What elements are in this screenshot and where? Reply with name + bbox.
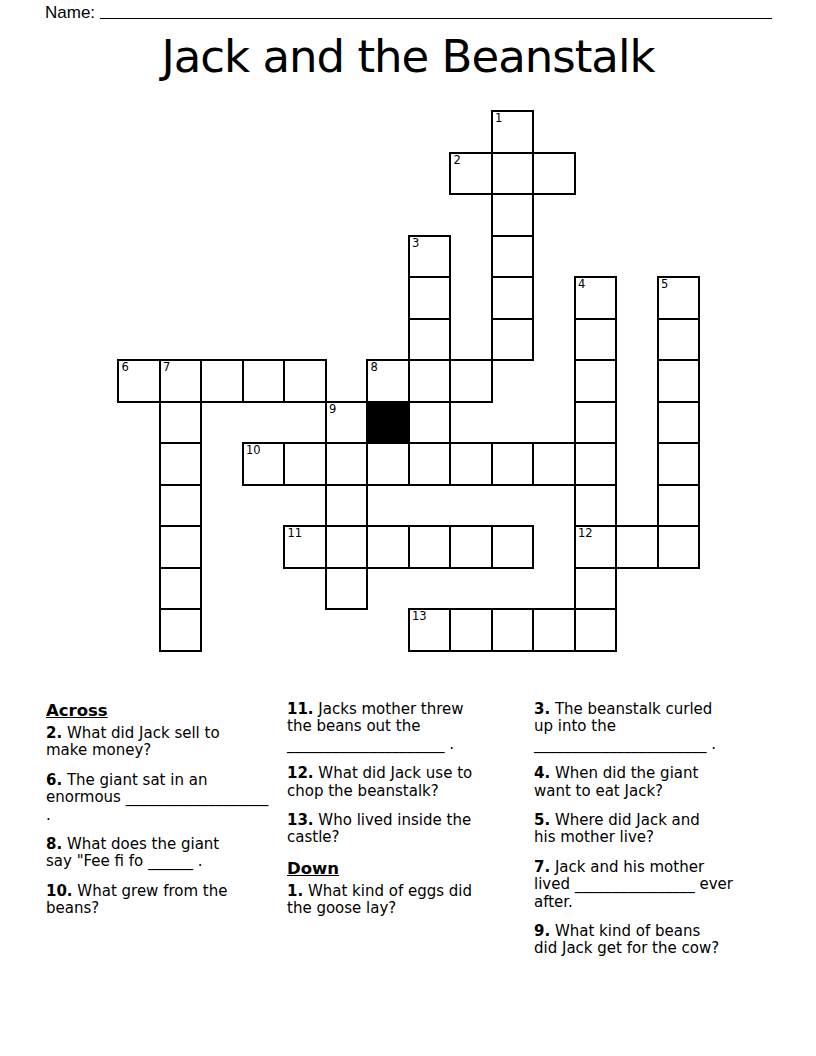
grid-cell[interactable]: [657, 401, 701, 445]
grid-cell[interactable]: 11: [283, 525, 327, 569]
grid-cell[interactable]: [491, 235, 535, 279]
grid-cell[interactable]: [159, 608, 203, 652]
grid-cell[interactable]: [200, 359, 244, 403]
clue-number: 8.: [46, 835, 62, 853]
grid-cell[interactable]: [491, 442, 535, 486]
grid-cell[interactable]: [574, 442, 618, 486]
clue-6: 6. The giant sat in anenormous _________…: [46, 772, 286, 824]
grid-cell[interactable]: [574, 318, 618, 362]
grid-cell[interactable]: [449, 442, 493, 486]
grid-cell[interactable]: 2: [449, 152, 493, 196]
grid-cell[interactable]: [408, 359, 452, 403]
grid-cell[interactable]: [532, 608, 576, 652]
clue-12: 12. What did Jack use tochop the beansta…: [287, 765, 512, 800]
grid-cell[interactable]: [366, 442, 410, 486]
grid-cell[interactable]: 1: [491, 110, 535, 154]
cell-number: 13: [412, 610, 427, 623]
clue-column-1: Across2. What did Jack sell tomake money…: [46, 701, 286, 930]
grid-cell[interactable]: [408, 276, 452, 320]
clue-number: 4.: [534, 764, 550, 782]
clue-number: 5.: [534, 811, 550, 829]
clue-number: 7.: [534, 858, 550, 876]
cell-number: 11: [288, 527, 303, 540]
cell-number: 5: [661, 278, 668, 291]
grid-cell[interactable]: 3: [408, 235, 452, 279]
grid-cell[interactable]: [449, 359, 493, 403]
grid-cell[interactable]: [657, 442, 701, 486]
cell-number: 8: [371, 361, 378, 374]
grid-cell[interactable]: [408, 525, 452, 569]
grid-cell[interactable]: [657, 318, 701, 362]
clue-1: 1. What kind of eggs didthe goose lay?: [287, 883, 512, 918]
grid-cell[interactable]: [325, 484, 369, 528]
grid-cell[interactable]: [449, 608, 493, 652]
grid-cell[interactable]: [657, 525, 701, 569]
clue-number: 1.: [287, 882, 303, 900]
grid-cell[interactable]: [408, 442, 452, 486]
grid-cell[interactable]: 12: [574, 525, 618, 569]
grid-cell[interactable]: [408, 401, 452, 445]
puzzle-title: Jack and the Beanstalk: [0, 30, 816, 83]
grid-cell[interactable]: 6: [117, 359, 161, 403]
clue-number: 9.: [534, 922, 550, 940]
clue-9: 9. What kind of beansdid Jack get for th…: [534, 923, 786, 958]
clue-number: 2.: [46, 724, 62, 742]
cell-number: 12: [578, 527, 593, 540]
clue-number: 11.: [287, 700, 314, 718]
grid-cell[interactable]: [491, 193, 535, 237]
grid-cell[interactable]: 8: [366, 359, 410, 403]
clue-8: 8. What does the giantsay "Fee fi fo ___…: [46, 836, 286, 871]
clue-number: 13.: [287, 811, 314, 829]
clue-number: 6.: [46, 771, 62, 789]
section-header-across: Across: [46, 701, 286, 720]
grid-cell[interactable]: 9: [325, 401, 369, 445]
grid-cell[interactable]: [159, 484, 203, 528]
grid-cell[interactable]: [491, 276, 535, 320]
cell-number: 6: [122, 361, 129, 374]
grid-cell[interactable]: [615, 525, 659, 569]
grid-cell[interactable]: [449, 525, 493, 569]
grid-cell[interactable]: [491, 608, 535, 652]
clue-number: 3.: [534, 700, 550, 718]
clue-13: 13. Who lived inside thecastle?: [287, 812, 512, 847]
cell-number: 3: [412, 237, 419, 250]
grid-cell[interactable]: [574, 484, 618, 528]
grid-cell[interactable]: [325, 442, 369, 486]
cell-number: 1: [495, 112, 502, 125]
clue-4: 4. When did the giantwant to eat Jack?: [534, 765, 786, 800]
cell-number: 7: [163, 361, 170, 374]
grid-cell[interactable]: 13: [408, 608, 452, 652]
cell-number: 4: [578, 278, 585, 291]
name-blank-line[interactable]: [100, 3, 772, 19]
grid-cell[interactable]: 10: [242, 442, 286, 486]
grid-cell[interactable]: [408, 318, 452, 362]
grid-cell[interactable]: [574, 401, 618, 445]
grid-cell[interactable]: [657, 484, 701, 528]
grid-cell[interactable]: 4: [574, 276, 618, 320]
clue-2: 2. What did Jack sell tomake money?: [46, 725, 286, 760]
crossword-grid: 12345678910111213: [117, 110, 701, 652]
cell-number: 2: [454, 154, 461, 167]
name-row: Name:: [45, 3, 772, 21]
grid-cell[interactable]: [491, 525, 535, 569]
clue-number: 10.: [46, 882, 73, 900]
grid-cell[interactable]: 7: [159, 359, 203, 403]
grid-cell[interactable]: [159, 567, 203, 611]
grid-cell[interactable]: [366, 525, 410, 569]
grid-cell[interactable]: [159, 525, 203, 569]
grid-cell[interactable]: [325, 525, 369, 569]
clue-11: 11. Jacks mother threwthe beans out the_…: [287, 701, 512, 753]
grid-cell[interactable]: [283, 442, 327, 486]
grid-cell[interactable]: [325, 567, 369, 611]
clue-3: 3. The beanstalk curledup into the______…: [534, 701, 786, 753]
grid-cell[interactable]: [532, 442, 576, 486]
grid-cell[interactable]: [574, 567, 618, 611]
clue-5: 5. Where did Jack andhis mother live?: [534, 812, 786, 847]
section-header-down: Down: [287, 859, 512, 878]
cell-number: 10: [246, 444, 261, 457]
grid-cell[interactable]: [491, 152, 535, 196]
name-label: Name:: [45, 3, 95, 22]
grid-cell[interactable]: [491, 318, 535, 362]
grid-cell[interactable]: [574, 359, 618, 403]
clue-column-2: 11. Jacks mother threwthe beans out the_…: [287, 701, 512, 930]
grid-cell[interactable]: [159, 442, 203, 486]
cell-number: 9: [329, 403, 336, 416]
grid-cell[interactable]: [532, 152, 576, 196]
grid-cell[interactable]: [283, 359, 327, 403]
clue-10: 10. What grew from thebeans?: [46, 883, 286, 918]
clue-column-3: 3. The beanstalk curledup into the______…: [534, 701, 786, 970]
grid-cell[interactable]: 5: [657, 276, 701, 320]
black-cell: [366, 401, 410, 445]
grid-cell[interactable]: [242, 359, 286, 403]
clue-number: 12.: [287, 764, 314, 782]
clue-7: 7. Jack and his motherlived ____________…: [534, 859, 786, 911]
grid-cell[interactable]: [159, 401, 203, 445]
grid-cell[interactable]: [657, 359, 701, 403]
page: { "game": "crossword", "header": { "name…: [0, 0, 816, 1056]
grid-cell[interactable]: [574, 608, 618, 652]
